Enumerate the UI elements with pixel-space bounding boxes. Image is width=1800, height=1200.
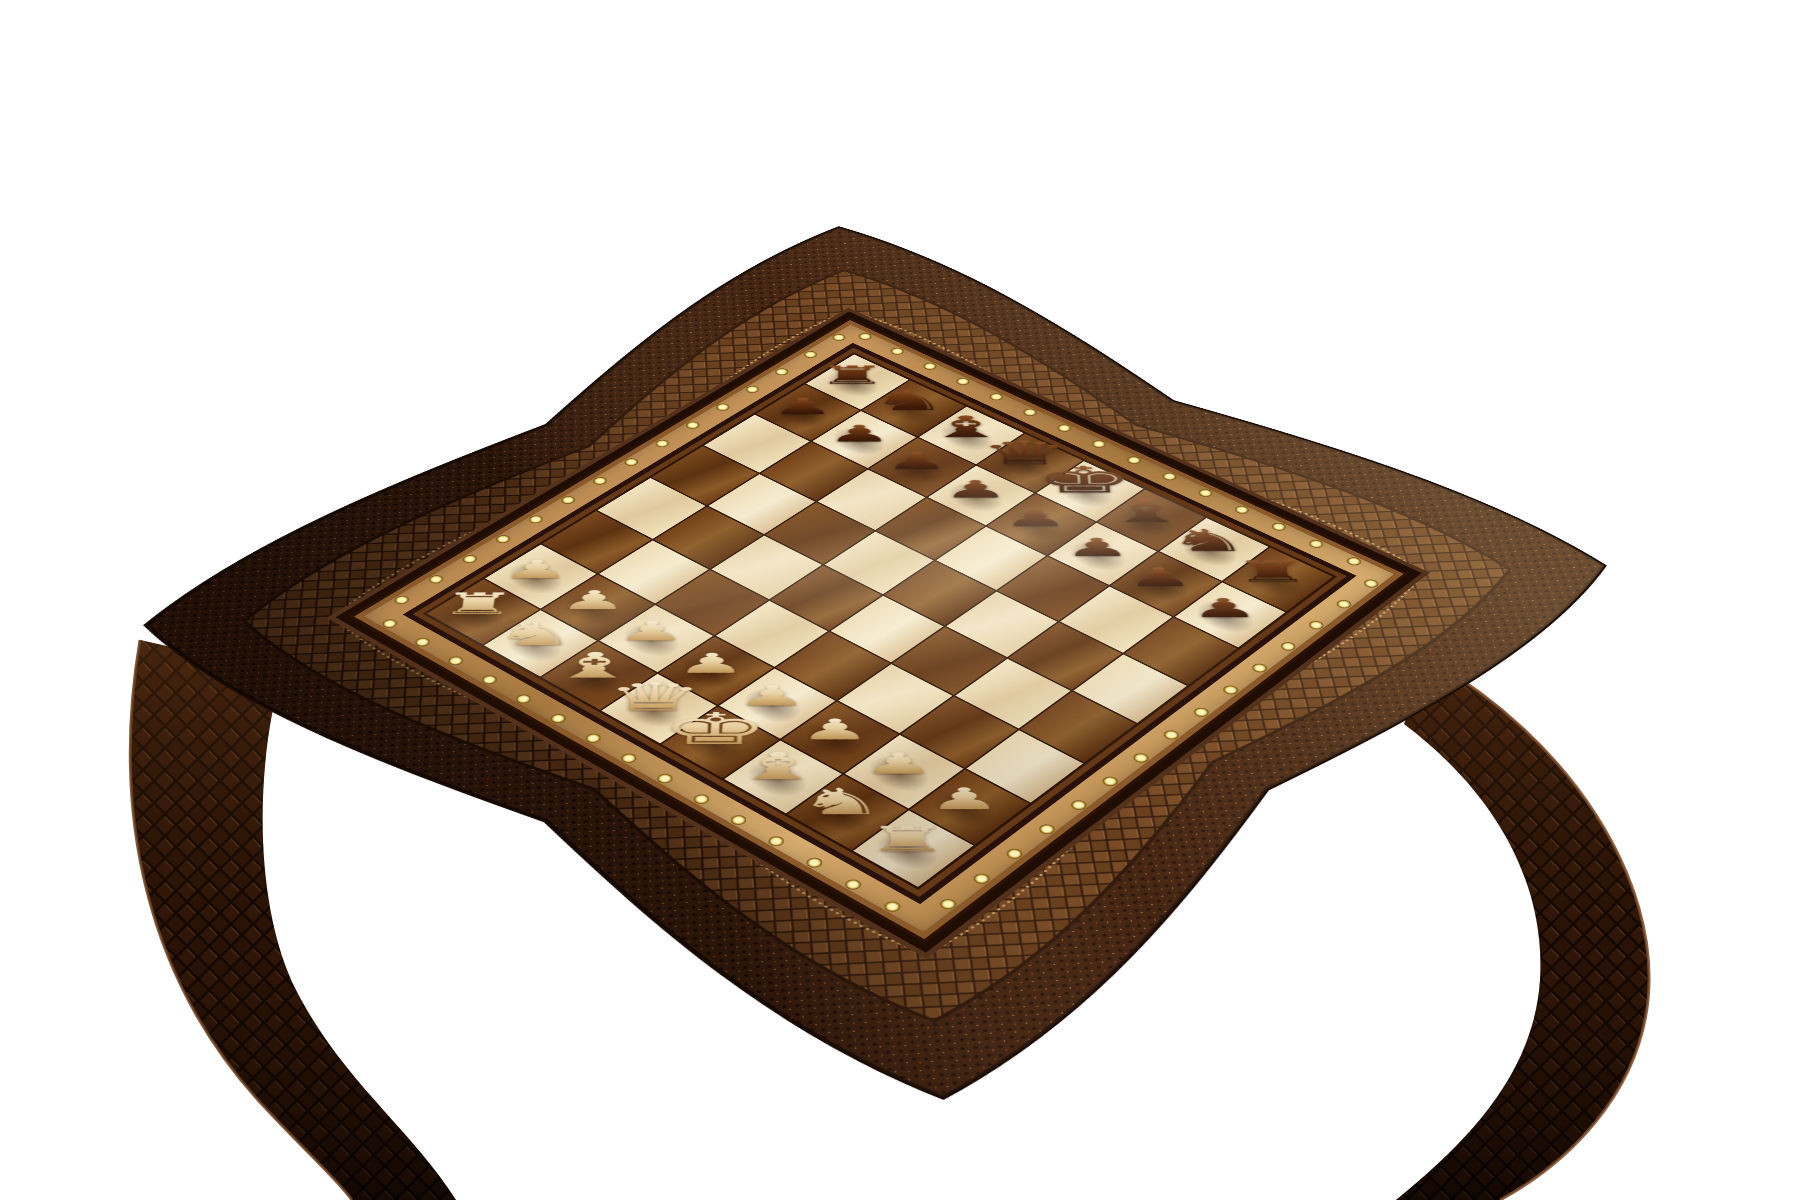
piece-black-pawn[interactable]: ♟	[1125, 564, 1195, 590]
piece-black-knight[interactable]: ♞	[1166, 526, 1251, 556]
piece-black-bishop[interactable]: ♝	[1102, 495, 1190, 527]
piece-black-pawn[interactable]: ♟	[943, 477, 1009, 501]
chess-table: ♜♞♝♛♚♝♞♜♟♟♟♟♟♟♟♟♟♟♟♟♟♟♟♟♜♞♝♛♚♝♞♜	[348, 317, 1409, 943]
piece-black-rook[interactable]: ♜	[1232, 557, 1313, 586]
piece-white-pawn[interactable]: ♟	[501, 557, 572, 583]
piece-black-pawn[interactable]: ♟	[1002, 505, 1070, 530]
photo-stage: ♜♞♝♛♚♝♞♜♟♟♟♟♟♟♟♟♟♟♟♟♟♟♟♟♜♞♝♛♚♝♞♜	[0, 0, 1800, 1200]
piece-shadow	[864, 823, 956, 880]
table-scene: ♜♞♝♛♚♝♞♜♟♟♟♟♟♟♟♟♟♟♟♟♟♟♟♟♜♞♝♛♚♝♞♜	[0, 0, 1800, 1200]
piece-black-pawn[interactable]: ♟	[771, 395, 835, 418]
piece-black-pawn[interactable]: ♟	[1063, 535, 1132, 560]
piece-white-rook[interactable]: ♜	[866, 821, 950, 856]
piece-black-pawn[interactable]: ♟	[827, 422, 891, 445]
piece-black-rook[interactable]: ♜	[817, 363, 888, 388]
piece-black-pawn[interactable]: ♟	[885, 449, 950, 473]
